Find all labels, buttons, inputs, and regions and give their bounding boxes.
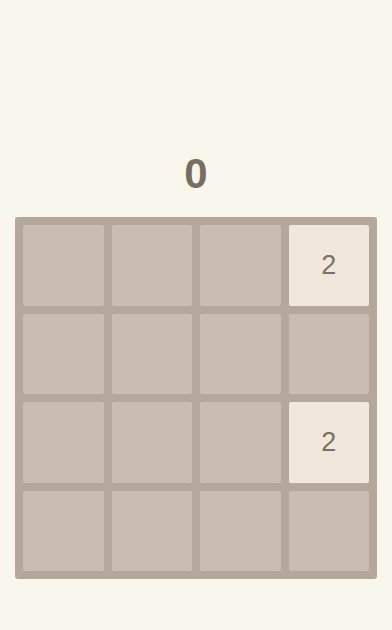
cell-r2c0 bbox=[23, 402, 104, 483]
cell-r0c1 bbox=[112, 225, 193, 306]
cell-r2c3: 2 bbox=[289, 402, 370, 483]
score-value: 0 bbox=[0, 153, 392, 195]
cell-r0c3: 2 bbox=[289, 225, 370, 306]
cell-r1c3 bbox=[289, 314, 370, 395]
cell-r1c1 bbox=[112, 314, 193, 395]
cell-r0c0 bbox=[23, 225, 104, 306]
cell-r3c2 bbox=[200, 491, 281, 572]
game-board[interactable]: 2 2 bbox=[15, 217, 377, 579]
cell-r2c1 bbox=[112, 402, 193, 483]
cell-r3c1 bbox=[112, 491, 193, 572]
cell-r1c0 bbox=[23, 314, 104, 395]
cell-r0c2 bbox=[200, 225, 281, 306]
cell-r2c2 bbox=[200, 402, 281, 483]
cell-r3c3 bbox=[289, 491, 370, 572]
cell-r3c0 bbox=[23, 491, 104, 572]
cell-r1c2 bbox=[200, 314, 281, 395]
